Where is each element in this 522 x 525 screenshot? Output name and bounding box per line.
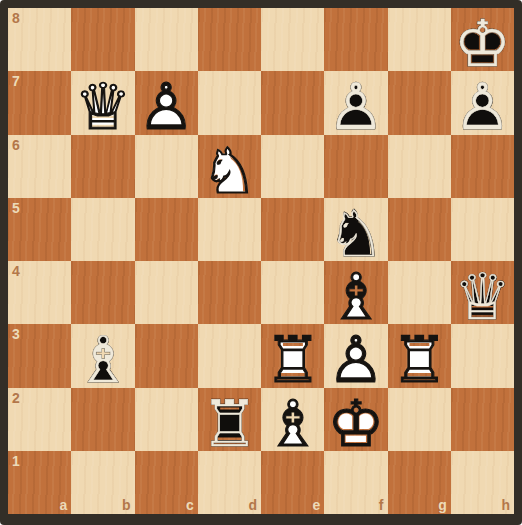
square-b7[interactable]: ♛♕ <box>71 71 134 134</box>
rank-label-8: 8 <box>12 10 20 26</box>
square-f2[interactable]: ♚♔ <box>324 388 387 451</box>
chess-board: 8♚♔7♛♕♟♙♟♙♟♙6♞♘5♞♘4♝♗♛♕3♝♗♜♖♟♙♜♖2♜♖♝♗♚♔1… <box>8 8 514 514</box>
square-a4[interactable]: 4 <box>8 261 71 324</box>
square-e8[interactable] <box>261 8 324 71</box>
piece-glyph-line: ♙ <box>327 328 384 392</box>
square-e5[interactable] <box>261 198 324 261</box>
square-h1[interactable]: h <box>451 451 514 514</box>
square-a5[interactable]: 5 <box>8 198 71 261</box>
square-g2[interactable] <box>388 388 451 451</box>
board-frame: 8♚♔7♛♕♟♙♟♙♟♙6♞♘5♞♘4♝♗♛♕3♝♗♜♖♟♙♜♖2♜♖♝♗♚♔1… <box>0 0 522 525</box>
square-f3[interactable]: ♟♙ <box>324 324 387 387</box>
piece-glyph-line: ♙ <box>327 75 384 139</box>
file-label-b: b <box>122 497 131 513</box>
rank-label-4: 4 <box>12 263 20 279</box>
piece-glyph-line: ♖ <box>390 328 447 392</box>
square-g6[interactable] <box>388 135 451 198</box>
piece-black-knight[interactable]: ♞♘ <box>324 198 387 261</box>
square-c8[interactable] <box>135 8 198 71</box>
piece-white-king[interactable]: ♚♔ <box>324 388 387 451</box>
piece-glyph-line: ♘ <box>327 202 384 266</box>
square-f6[interactable] <box>324 135 387 198</box>
piece-glyph-line: ♘ <box>201 139 258 203</box>
piece-black-rook[interactable]: ♜♖ <box>198 388 261 451</box>
square-e3[interactable]: ♜♖ <box>261 324 324 387</box>
square-h6[interactable] <box>451 135 514 198</box>
file-label-d: d <box>248 497 257 513</box>
piece-white-bishop[interactable]: ♝♗ <box>324 261 387 324</box>
piece-black-king[interactable]: ♚♔ <box>451 8 514 71</box>
file-label-a: a <box>59 497 67 513</box>
square-g1[interactable]: g <box>388 451 451 514</box>
square-b5[interactable] <box>71 198 134 261</box>
file-label-h: h <box>501 497 510 513</box>
square-h5[interactable] <box>451 198 514 261</box>
square-h2[interactable] <box>451 388 514 451</box>
square-a6[interactable]: 6 <box>8 135 71 198</box>
square-d2[interactable]: ♜♖ <box>198 388 261 451</box>
piece-white-pawn[interactable]: ♟♙ <box>135 71 198 134</box>
piece-white-rook[interactable]: ♜♖ <box>388 324 451 387</box>
piece-white-knight[interactable]: ♞♘ <box>198 135 261 198</box>
rank-label-7: 7 <box>12 73 20 89</box>
rank-label-2: 2 <box>12 390 20 406</box>
square-g4[interactable] <box>388 261 451 324</box>
square-d3[interactable] <box>198 324 261 387</box>
piece-black-bishop[interactable]: ♝♗ <box>71 324 134 387</box>
square-g5[interactable] <box>388 198 451 261</box>
piece-glyph-line: ♗ <box>327 265 384 329</box>
piece-white-queen[interactable]: ♛♕ <box>71 71 134 134</box>
square-a8[interactable]: 8 <box>8 8 71 71</box>
file-label-g: g <box>438 497 447 513</box>
square-b2[interactable] <box>71 388 134 451</box>
square-b8[interactable] <box>71 8 134 71</box>
rank-label-1: 1 <box>12 453 20 469</box>
piece-white-rook[interactable]: ♜♖ <box>261 324 324 387</box>
rank-label-6: 6 <box>12 137 20 153</box>
piece-black-pawn[interactable]: ♟♙ <box>324 71 387 134</box>
piece-glyph-line: ♗ <box>74 328 131 392</box>
square-c7[interactable]: ♟♙ <box>135 71 198 134</box>
piece-black-pawn[interactable]: ♟♙ <box>451 71 514 134</box>
square-b6[interactable] <box>71 135 134 198</box>
piece-glyph-line: ♔ <box>327 392 384 456</box>
piece-black-queen[interactable]: ♛♕ <box>451 261 514 324</box>
piece-glyph-line: ♙ <box>137 75 194 139</box>
square-c6[interactable] <box>135 135 198 198</box>
square-c5[interactable] <box>135 198 198 261</box>
square-c2[interactable] <box>135 388 198 451</box>
square-d8[interactable] <box>198 8 261 71</box>
square-e2[interactable]: ♝♗ <box>261 388 324 451</box>
square-a2[interactable]: 2 <box>8 388 71 451</box>
square-f1[interactable]: f <box>324 451 387 514</box>
piece-glyph-line: ♖ <box>264 328 321 392</box>
square-d6[interactable]: ♞♘ <box>198 135 261 198</box>
square-f5[interactable]: ♞♘ <box>324 198 387 261</box>
square-f8[interactable] <box>324 8 387 71</box>
square-h3[interactable] <box>451 324 514 387</box>
square-e4[interactable] <box>261 261 324 324</box>
square-h8[interactable]: ♚♔ <box>451 8 514 71</box>
square-g7[interactable] <box>388 71 451 134</box>
square-e7[interactable] <box>261 71 324 134</box>
file-label-c: c <box>186 497 194 513</box>
piece-white-pawn[interactable]: ♟♙ <box>324 324 387 387</box>
square-a1[interactable]: 1a <box>8 451 71 514</box>
square-b1[interactable]: b <box>71 451 134 514</box>
square-d4[interactable] <box>198 261 261 324</box>
square-g8[interactable] <box>388 8 451 71</box>
square-b3[interactable]: ♝♗ <box>71 324 134 387</box>
piece-glyph-line: ♕ <box>74 75 131 139</box>
square-e1[interactable]: e <box>261 451 324 514</box>
square-d5[interactable] <box>198 198 261 261</box>
piece-glyph-line: ♔ <box>454 12 511 76</box>
square-a7[interactable]: 7 <box>8 71 71 134</box>
file-label-f: f <box>379 497 384 513</box>
piece-glyph-line: ♙ <box>454 75 511 139</box>
square-b4[interactable] <box>71 261 134 324</box>
square-d7[interactable] <box>198 71 261 134</box>
rank-label-3: 3 <box>12 326 20 342</box>
rank-label-5: 5 <box>12 200 20 216</box>
file-label-e: e <box>312 497 320 513</box>
square-h7[interactable]: ♟♙ <box>451 71 514 134</box>
square-c4[interactable] <box>135 261 198 324</box>
piece-glyph-line: ♗ <box>264 392 321 456</box>
square-g3[interactable]: ♜♖ <box>388 324 451 387</box>
square-c3[interactable] <box>135 324 198 387</box>
square-a3[interactable]: 3 <box>8 324 71 387</box>
piece-glyph-line: ♖ <box>201 392 258 456</box>
square-e6[interactable] <box>261 135 324 198</box>
piece-white-bishop[interactable]: ♝♗ <box>261 388 324 451</box>
square-c1[interactable]: c <box>135 451 198 514</box>
square-h4[interactable]: ♛♕ <box>451 261 514 324</box>
square-f4[interactable]: ♝♗ <box>324 261 387 324</box>
square-f7[interactable]: ♟♙ <box>324 71 387 134</box>
square-d1[interactable]: d <box>198 451 261 514</box>
piece-glyph-line: ♕ <box>454 265 511 329</box>
